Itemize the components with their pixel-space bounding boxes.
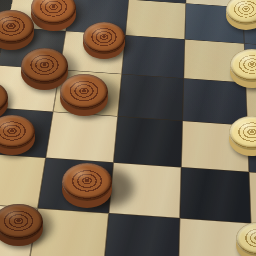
checker-piece-brown-brown-mid-left[interactable]	[21, 48, 68, 83]
checker-piece-brown-brown-upper-mid[interactable]	[83, 22, 125, 54]
checker-piece-brown-brown-top[interactable]	[31, 0, 76, 25]
checker-piece-brown-brown-center[interactable]	[60, 74, 108, 110]
checker-piece-cream-cream-right-mid[interactable]	[229, 116, 256, 151]
checker-piece-cream-cream-right-upper[interactable]	[230, 49, 256, 82]
checker-piece-cream-cream-bottom-right[interactable]	[236, 222, 256, 256]
checker-piece-brown-brown-upper-left[interactable]	[0, 10, 34, 45]
checker-piece-brown-brown-edge-sliver[interactable]	[0, 81, 8, 114]
checker-piece-brown-brown-bottom-left[interactable]	[0, 204, 43, 241]
checker-piece-brown-brown-foreground[interactable]	[62, 163, 112, 201]
checker-piece-brown-brown-left[interactable]	[0, 115, 35, 150]
checkers-board-photo	[0, 0, 256, 256]
pieces-layer	[0, 0, 256, 256]
checker-piece-cream-cream-top-right[interactable]	[226, 0, 256, 25]
